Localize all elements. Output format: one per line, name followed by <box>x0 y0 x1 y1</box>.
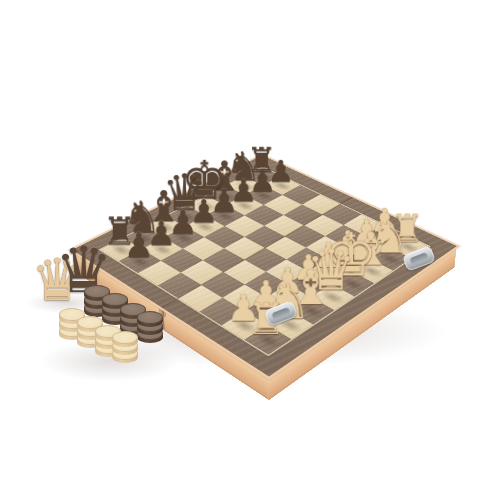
light-checker <box>112 331 138 347</box>
product-photo: ♜♟♟♜♞♟♟♞♝♟♟♝♚♟♟♚♛♟♟♛♝♟♟♝♞♟♟♞♜♟♟♜ ♛♛ <box>0 0 500 500</box>
checker-top <box>137 311 163 324</box>
checkers-stacks <box>0 0 500 500</box>
dark-checker <box>137 311 163 327</box>
checker-top <box>112 331 138 344</box>
dark-checkers-stack <box>137 311 163 343</box>
light-checkers-stack <box>112 331 138 363</box>
